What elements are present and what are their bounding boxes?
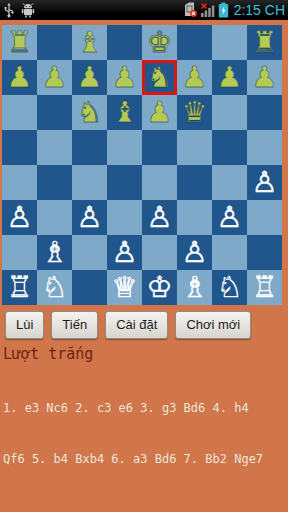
square-g8[interactable]	[212, 25, 247, 60]
piece-black-queen: ♛	[177, 95, 212, 130]
piece-black-pawn: ♟	[37, 60, 72, 95]
square-h5[interactable]	[247, 130, 282, 165]
usb-icon	[3, 3, 15, 18]
status-bar: 2:15 CH	[0, 0, 288, 20]
square-f5[interactable]	[177, 130, 212, 165]
square-h2[interactable]	[247, 235, 282, 270]
redo-button[interactable]: Tiến	[51, 311, 98, 339]
piece-white-king: ♔	[142, 270, 177, 305]
square-f2[interactable]: ♙	[177, 235, 212, 270]
square-e1[interactable]: ♔	[142, 270, 177, 305]
square-g2[interactable]	[212, 235, 247, 270]
square-a1[interactable]: ♖	[2, 270, 37, 305]
square-c2[interactable]	[72, 235, 107, 270]
square-d4[interactable]	[107, 165, 142, 200]
square-d6[interactable]: ♝	[107, 95, 142, 130]
piece-black-bishop: ♝	[107, 95, 142, 130]
piece-black-rook: ♜	[2, 25, 37, 60]
square-c4[interactable]	[72, 165, 107, 200]
move-list: 1. e3 Nc6 2. c3 e6 3. g3 Bd6 4. h4 Qf6 5…	[3, 366, 263, 485]
square-f1[interactable]: ♗	[177, 270, 212, 305]
square-h3[interactable]	[247, 200, 282, 235]
piece-white-knight: ♘	[37, 270, 72, 305]
square-f4[interactable]	[177, 165, 212, 200]
piece-white-pawn: ♙	[142, 200, 177, 235]
square-h7[interactable]: ♟	[247, 60, 282, 95]
square-a3[interactable]: ♙	[2, 200, 37, 235]
piece-white-rook: ♖	[2, 270, 37, 305]
piece-black-pawn: ♟	[142, 95, 177, 130]
square-a4[interactable]	[2, 165, 37, 200]
piece-white-pawn: ♙	[2, 200, 37, 235]
piece-white-pawn: ♙	[247, 165, 282, 200]
square-h6[interactable]	[247, 95, 282, 130]
square-b2[interactable]: ♗	[37, 235, 72, 270]
piece-black-pawn: ♟	[2, 60, 37, 95]
square-f8[interactable]	[177, 25, 212, 60]
piece-black-knight: ♞	[72, 95, 107, 130]
square-a7[interactable]: ♟	[2, 60, 37, 95]
square-c8[interactable]: ♝	[72, 25, 107, 60]
piece-black-rook: ♜	[247, 25, 282, 60]
square-b4[interactable]	[37, 165, 72, 200]
status-icons-left	[3, 3, 35, 18]
piece-black-king: ♚	[142, 25, 177, 60]
square-c1[interactable]	[72, 270, 107, 305]
square-h1[interactable]: ♖	[247, 270, 282, 305]
square-b6[interactable]	[37, 95, 72, 130]
square-e6[interactable]: ♟	[142, 95, 177, 130]
square-e3[interactable]: ♙	[142, 200, 177, 235]
square-d2[interactable]: ♙	[107, 235, 142, 270]
square-e2[interactable]	[142, 235, 177, 270]
battery-charging-icon	[218, 2, 229, 18]
square-g1[interactable]: ♘	[212, 270, 247, 305]
square-c5[interactable]	[72, 130, 107, 165]
piece-white-bishop: ♗	[177, 270, 212, 305]
new-game-button[interactable]: Chơi mới	[175, 311, 251, 339]
square-a8[interactable]: ♜	[2, 25, 37, 60]
undo-button[interactable]: Lùi	[5, 311, 44, 339]
square-d8[interactable]	[107, 25, 142, 60]
square-g3[interactable]: ♙	[212, 200, 247, 235]
piece-white-pawn: ♙	[72, 200, 107, 235]
move-list-line: Qf6 5. b4 Bxb4 6. a3 Bd6 7. Bb2 Nge7	[3, 451, 263, 468]
piece-white-pawn: ♙	[177, 235, 212, 270]
adb-debug-icon	[21, 3, 35, 18]
square-e7[interactable]: ♞	[142, 60, 177, 95]
piece-white-pawn: ♙	[212, 200, 247, 235]
square-g5[interactable]	[212, 130, 247, 165]
square-f3[interactable]	[177, 200, 212, 235]
square-a6[interactable]	[2, 95, 37, 130]
square-b7[interactable]: ♟	[37, 60, 72, 95]
square-h8[interactable]: ♜	[247, 25, 282, 60]
square-c3[interactable]: ♙	[72, 200, 107, 235]
square-d3[interactable]	[107, 200, 142, 235]
square-a2[interactable]	[2, 235, 37, 270]
piece-white-bishop: ♗	[37, 235, 72, 270]
square-b3[interactable]	[37, 200, 72, 235]
square-c6[interactable]: ♞	[72, 95, 107, 130]
square-d1[interactable]: ♕	[107, 270, 142, 305]
square-f7[interactable]: ♟	[177, 60, 212, 95]
control-bar: Lùi Tiến Cài đặt Chơi mới	[5, 311, 251, 339]
piece-black-bishop: ♝	[72, 25, 107, 60]
settings-button[interactable]: Cài đặt	[105, 311, 168, 339]
square-g6[interactable]	[212, 95, 247, 130]
no-signal-icon	[200, 2, 216, 18]
piece-white-knight: ♘	[212, 270, 247, 305]
square-e8[interactable]: ♚	[142, 25, 177, 60]
sim-missing-icon	[183, 2, 198, 18]
square-f6[interactable]: ♛	[177, 95, 212, 130]
square-g4[interactable]	[212, 165, 247, 200]
square-d5[interactable]	[107, 130, 142, 165]
status-icons-right: 2:15 CH	[183, 0, 285, 20]
square-h4[interactable]: ♙	[247, 165, 282, 200]
square-d7[interactable]: ♟	[107, 60, 142, 95]
square-e4[interactable]	[142, 165, 177, 200]
square-c7[interactable]: ♟	[72, 60, 107, 95]
square-a5[interactable]	[2, 130, 37, 165]
square-b8[interactable]	[37, 25, 72, 60]
status-clock: 2:15 CH	[231, 0, 285, 20]
piece-black-pawn: ♟	[247, 60, 282, 95]
piece-black-knight: ♞	[142, 60, 177, 95]
square-e5[interactable]	[142, 130, 177, 165]
square-b1[interactable]: ♘	[37, 270, 72, 305]
piece-black-pawn: ♟	[72, 60, 107, 95]
square-g7[interactable]: ♟	[212, 60, 247, 95]
piece-white-queen: ♕	[107, 270, 142, 305]
turn-indicator: Lượt trắng	[3, 345, 93, 363]
piece-black-pawn: ♟	[212, 60, 247, 95]
piece-white-rook: ♖	[247, 270, 282, 305]
move-list-line: 1. e3 Nc6 2. c3 e6 3. g3 Bd6 4. h4	[3, 400, 263, 417]
chess-board: ♜♝♚♜♟♟♟♟♞♟♟♟♞♝♟♛♙♙♙♙♙♗♙♙♖♘♕♔♗♘♖	[2, 25, 282, 305]
square-b5[interactable]	[37, 130, 72, 165]
piece-white-pawn: ♙	[107, 235, 142, 270]
piece-black-pawn: ♟	[107, 60, 142, 95]
piece-black-pawn: ♟	[177, 60, 212, 95]
